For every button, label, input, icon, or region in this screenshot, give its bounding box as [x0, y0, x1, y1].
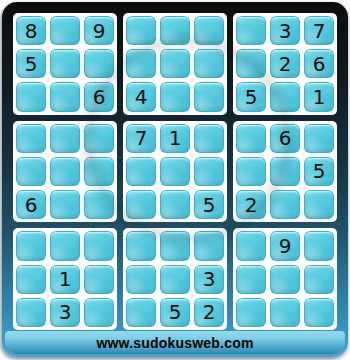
cell-r9c4[interactable] [126, 298, 156, 327]
cell-r4c7[interactable] [236, 124, 266, 153]
cell-r4c8[interactable]: 6 [270, 124, 300, 153]
cell-r3c1[interactable] [16, 82, 46, 111]
cell-r4c9[interactable] [304, 124, 334, 153]
cell-r6c4[interactable] [126, 190, 156, 219]
box-2-3: 652 [233, 121, 337, 223]
cell-r8c1[interactable] [16, 265, 46, 294]
cell-r1c6[interactable] [194, 16, 224, 45]
cell-r8c2[interactable]: 1 [50, 265, 80, 294]
box-3-1: 13 [13, 228, 117, 330]
cell-r2c4[interactable] [126, 49, 156, 78]
cell-r4c3[interactable] [84, 124, 114, 153]
website-url: www.sudokusweb.com [96, 335, 253, 351]
cell-r3c7[interactable]: 5 [236, 82, 266, 111]
cell-r5c4[interactable] [126, 157, 156, 186]
cell-r2c5[interactable] [160, 49, 190, 78]
cell-r9c8[interactable] [270, 298, 300, 327]
cell-r6c6[interactable]: 5 [194, 190, 224, 219]
cell-r5c8[interactable] [270, 157, 300, 186]
cell-r5c6[interactable] [194, 157, 224, 186]
cell-r8c9[interactable] [304, 265, 334, 294]
cell-r3c6[interactable] [194, 82, 224, 111]
cell-r9c2[interactable]: 3 [50, 298, 80, 327]
cell-r8c8[interactable] [270, 265, 300, 294]
cell-r4c6[interactable] [194, 124, 224, 153]
cell-r6c2[interactable] [50, 190, 80, 219]
cell-r5c7[interactable] [236, 157, 266, 186]
cell-r2c9[interactable]: 6 [304, 49, 334, 78]
box-1-3: 372651 [233, 13, 337, 115]
cell-r3c5[interactable] [160, 82, 190, 111]
cell-r2c2[interactable] [50, 49, 80, 78]
cell-r2c6[interactable] [194, 49, 224, 78]
cell-r5c3[interactable] [84, 157, 114, 186]
cell-r7c7[interactable] [236, 231, 266, 260]
cell-r8c7[interactable] [236, 265, 266, 294]
cell-r2c8[interactable]: 2 [270, 49, 300, 78]
cell-r3c4[interactable]: 4 [126, 82, 156, 111]
cell-r6c7[interactable]: 2 [236, 190, 266, 219]
cell-r5c2[interactable] [50, 157, 80, 186]
cell-r7c6[interactable] [194, 231, 224, 260]
box-3-3: 9 [233, 228, 337, 330]
cell-r1c9[interactable]: 7 [304, 16, 334, 45]
cell-r6c1[interactable]: 6 [16, 190, 46, 219]
cell-r1c2[interactable] [50, 16, 80, 45]
cell-r2c1[interactable]: 5 [16, 49, 46, 78]
cell-r6c3[interactable] [84, 190, 114, 219]
cell-r9c7[interactable] [236, 298, 266, 327]
cell-r9c6[interactable]: 2 [194, 298, 224, 327]
cell-r8c5[interactable] [160, 265, 190, 294]
cell-r1c3[interactable]: 9 [84, 16, 114, 45]
cell-r4c1[interactable] [16, 124, 46, 153]
cell-r8c4[interactable] [126, 265, 156, 294]
cell-r3c3[interactable]: 6 [84, 82, 114, 111]
box-1-1: 8956 [13, 13, 117, 115]
cell-r6c5[interactable] [160, 190, 190, 219]
cell-r4c4[interactable]: 7 [126, 124, 156, 153]
cell-r1c1[interactable]: 8 [16, 16, 46, 45]
cell-r6c9[interactable] [304, 190, 334, 219]
cell-r7c5[interactable] [160, 231, 190, 260]
cell-r2c7[interactable] [236, 49, 266, 78]
cell-r1c8[interactable]: 3 [270, 16, 300, 45]
footer-bar: www.sudokusweb.com [5, 331, 345, 354]
cell-r7c3[interactable] [84, 231, 114, 260]
cell-r7c2[interactable] [50, 231, 80, 260]
cell-r9c5[interactable]: 5 [160, 298, 190, 327]
box-1-2: 4 [123, 13, 227, 115]
cell-r9c9[interactable] [304, 298, 334, 327]
cell-r1c4[interactable] [126, 16, 156, 45]
cell-r3c8[interactable] [270, 82, 300, 111]
cell-r7c1[interactable] [16, 231, 46, 260]
cell-r5c5[interactable] [160, 157, 190, 186]
cell-r8c6[interactable]: 3 [194, 265, 224, 294]
cell-r7c4[interactable] [126, 231, 156, 260]
box-3-2: 352 [123, 228, 227, 330]
cell-r4c5[interactable]: 1 [160, 124, 190, 153]
cell-r7c9[interactable] [304, 231, 334, 260]
cell-r1c7[interactable] [236, 16, 266, 45]
box-2-1: 6 [13, 121, 117, 223]
cell-r4c2[interactable] [50, 124, 80, 153]
cell-r5c1[interactable] [16, 157, 46, 186]
cell-r1c5[interactable] [160, 16, 190, 45]
cell-r9c1[interactable] [16, 298, 46, 327]
box-2-2: 715 [123, 121, 227, 223]
sudoku-grid: 895643726516715652133529 [13, 13, 337, 330]
cell-r5c9[interactable]: 5 [304, 157, 334, 186]
cell-r2c3[interactable] [84, 49, 114, 78]
sudoku-board: 895643726516715652133529 www.sudokusweb.… [2, 2, 348, 357]
cell-r8c3[interactable] [84, 265, 114, 294]
cell-r6c8[interactable] [270, 190, 300, 219]
cell-r3c9[interactable]: 1 [304, 82, 334, 111]
cell-r9c3[interactable] [84, 298, 114, 327]
cell-r3c2[interactable] [50, 82, 80, 111]
cell-r7c8[interactable]: 9 [270, 231, 300, 260]
